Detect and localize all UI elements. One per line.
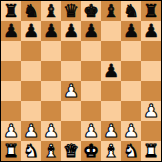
piece-white-pawn[interactable]: ♟ <box>3 121 19 141</box>
piece-black-rook[interactable]: ♜ <box>143 1 159 21</box>
square-h4[interactable] <box>141 81 161 101</box>
piece-white-bishop[interactable]: ♝ <box>103 141 119 161</box>
square-e8[interactable]: ♚ <box>81 1 101 21</box>
square-d7[interactable]: ♟ <box>61 21 81 41</box>
piece-white-pawn[interactable]: ♟ <box>83 121 99 141</box>
square-f6[interactable] <box>101 41 121 61</box>
square-a5[interactable] <box>1 61 21 81</box>
square-c7[interactable]: ♟ <box>41 21 61 41</box>
piece-white-rook[interactable]: ♜ <box>143 141 159 161</box>
piece-black-pawn[interactable]: ♟ <box>3 21 19 41</box>
piece-black-pawn[interactable]: ♟ <box>103 61 119 81</box>
square-e2[interactable]: ♟ <box>81 121 101 141</box>
square-c1[interactable]: ♝ <box>41 141 61 161</box>
piece-white-knight[interactable]: ♞ <box>23 141 39 161</box>
piece-white-pawn[interactable]: ♟ <box>63 81 79 101</box>
square-a2[interactable]: ♟ <box>1 121 21 141</box>
square-b4[interactable] <box>21 81 41 101</box>
square-a4[interactable] <box>1 81 21 101</box>
square-d4[interactable]: ♟ <box>61 81 81 101</box>
square-d3[interactable] <box>61 101 81 121</box>
square-g4[interactable] <box>121 81 141 101</box>
square-c4[interactable] <box>41 81 61 101</box>
square-a7[interactable]: ♟ <box>1 21 21 41</box>
square-c2[interactable]: ♟ <box>41 121 61 141</box>
chess-board: ♜♞♝♛♚♝♞♜♟♟♟♟♟♟♟♟♟♟♟♟♟♟♟♟♜♞♝♛♚♝♞♜ <box>1 1 161 161</box>
square-b2[interactable]: ♟ <box>21 121 41 141</box>
square-f7[interactable] <box>101 21 121 41</box>
square-g5[interactable] <box>121 61 141 81</box>
square-e6[interactable] <box>81 41 101 61</box>
board-frame: ♜♞♝♛♚♝♞♜♟♟♟♟♟♟♟♟♟♟♟♟♟♟♟♟♜♞♝♛♚♝♞♜ <box>0 0 162 162</box>
piece-black-bishop[interactable]: ♝ <box>43 1 59 21</box>
square-f2[interactable]: ♟ <box>101 121 121 141</box>
square-d5[interactable] <box>61 61 81 81</box>
square-b3[interactable] <box>21 101 41 121</box>
piece-black-pawn[interactable]: ♟ <box>43 21 59 41</box>
square-e1[interactable]: ♚ <box>81 141 101 161</box>
square-g2[interactable]: ♟ <box>121 121 141 141</box>
square-f8[interactable]: ♝ <box>101 1 121 21</box>
piece-black-bishop[interactable]: ♝ <box>103 1 119 21</box>
square-c8[interactable]: ♝ <box>41 1 61 21</box>
square-g7[interactable]: ♟ <box>121 21 141 41</box>
piece-white-pawn[interactable]: ♟ <box>143 101 159 121</box>
square-a8[interactable]: ♜ <box>1 1 21 21</box>
square-g1[interactable]: ♞ <box>121 141 141 161</box>
square-b6[interactable] <box>21 41 41 61</box>
piece-white-pawn[interactable]: ♟ <box>23 121 39 141</box>
piece-black-king[interactable]: ♚ <box>83 1 99 21</box>
square-b7[interactable]: ♟ <box>21 21 41 41</box>
square-f1[interactable]: ♝ <box>101 141 121 161</box>
piece-white-pawn[interactable]: ♟ <box>103 121 119 141</box>
square-g3[interactable] <box>121 101 141 121</box>
square-e3[interactable] <box>81 101 101 121</box>
square-c3[interactable] <box>41 101 61 121</box>
square-g6[interactable] <box>121 41 141 61</box>
square-h6[interactable] <box>141 41 161 61</box>
piece-black-pawn[interactable]: ♟ <box>123 21 139 41</box>
square-a1[interactable]: ♜ <box>1 141 21 161</box>
square-e4[interactable] <box>81 81 101 101</box>
piece-white-rook[interactable]: ♜ <box>3 141 19 161</box>
square-c6[interactable] <box>41 41 61 61</box>
piece-white-queen[interactable]: ♛ <box>63 141 79 161</box>
square-e7[interactable]: ♟ <box>81 21 101 41</box>
square-b8[interactable]: ♞ <box>21 1 41 21</box>
piece-white-bishop[interactable]: ♝ <box>43 141 59 161</box>
square-f5[interactable]: ♟ <box>101 61 121 81</box>
square-e5[interactable] <box>81 61 101 81</box>
square-h5[interactable] <box>141 61 161 81</box>
square-d1[interactable]: ♛ <box>61 141 81 161</box>
piece-black-pawn[interactable]: ♟ <box>63 21 79 41</box>
square-f4[interactable] <box>101 81 121 101</box>
square-h3[interactable]: ♟ <box>141 101 161 121</box>
piece-white-pawn[interactable]: ♟ <box>123 121 139 141</box>
square-h7[interactable]: ♟ <box>141 21 161 41</box>
piece-black-pawn[interactable]: ♟ <box>23 21 39 41</box>
square-b1[interactable]: ♞ <box>21 141 41 161</box>
square-h1[interactable]: ♜ <box>141 141 161 161</box>
square-h2[interactable] <box>141 121 161 141</box>
piece-white-king[interactable]: ♚ <box>83 141 99 161</box>
square-h8[interactable]: ♜ <box>141 1 161 21</box>
piece-black-queen[interactable]: ♛ <box>63 1 79 21</box>
piece-white-pawn[interactable]: ♟ <box>43 121 59 141</box>
square-c5[interactable] <box>41 61 61 81</box>
piece-black-pawn[interactable]: ♟ <box>83 21 99 41</box>
piece-black-pawn[interactable]: ♟ <box>143 21 159 41</box>
square-a3[interactable] <box>1 101 21 121</box>
square-a6[interactable] <box>1 41 21 61</box>
square-b5[interactable] <box>21 61 41 81</box>
square-d2[interactable] <box>61 121 81 141</box>
square-g8[interactable]: ♞ <box>121 1 141 21</box>
piece-black-knight[interactable]: ♞ <box>123 1 139 21</box>
square-f3[interactable] <box>101 101 121 121</box>
piece-black-knight[interactable]: ♞ <box>23 1 39 21</box>
piece-white-knight[interactable]: ♞ <box>123 141 139 161</box>
square-d6[interactable] <box>61 41 81 61</box>
piece-black-rook[interactable]: ♜ <box>3 1 19 21</box>
square-d8[interactable]: ♛ <box>61 1 81 21</box>
